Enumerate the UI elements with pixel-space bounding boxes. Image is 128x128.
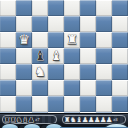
square-f6[interactable]	[80, 32, 96, 48]
square-a5[interactable]	[0, 48, 16, 64]
square-h3[interactable]	[112, 80, 128, 96]
square-e5[interactable]	[64, 48, 80, 64]
square-b3[interactable]	[16, 80, 32, 96]
square-f5[interactable]	[80, 48, 96, 64]
square-c2[interactable]	[32, 96, 48, 112]
square-a4[interactable]	[0, 64, 16, 80]
square-c6[interactable]	[32, 32, 48, 48]
toolbar-button-1[interactable]	[2, 124, 18, 128]
square-d7[interactable]	[48, 16, 64, 32]
square-b2[interactable]	[16, 96, 32, 112]
square-g7[interactable]	[96, 16, 112, 32]
square-e7[interactable]	[64, 16, 80, 32]
square-b5[interactable]	[16, 48, 32, 64]
square-e2[interactable]	[64, 96, 80, 112]
square-g6[interactable]	[96, 32, 112, 48]
captured-black-pawn: ♟	[28, 116, 34, 124]
square-d5[interactable]: ♝	[48, 48, 64, 64]
white-rook[interactable]: ♜	[64, 32, 80, 48]
square-f7[interactable]	[80, 16, 96, 32]
square-g2[interactable]	[96, 96, 112, 112]
chess-board: ♛♜♝♝♞	[0, 0, 128, 128]
captured-tray-left: ♜♜♞♝♟ x7	[2, 115, 57, 124]
square-c8[interactable]	[32, 0, 48, 16]
captured-tray-left-pieces: ♜♜♞♝♟	[4, 116, 34, 124]
toolbar-button-2[interactable]	[24, 124, 40, 128]
square-b8[interactable]	[16, 0, 32, 16]
white-bishop[interactable]: ♝	[48, 48, 64, 64]
square-d6[interactable]	[48, 32, 64, 48]
square-d8[interactable]	[48, 0, 64, 16]
captured-count-left: x7	[35, 116, 40, 124]
white-knight[interactable]: ♞	[32, 64, 48, 80]
square-b6[interactable]: ♛	[16, 32, 32, 48]
square-h6[interactable]	[112, 32, 128, 48]
chess-app-screen: ♛♜♝♝♞ ♜♜♞♝♟ x7 ♜♞♝♟♟♟♟♟ x8	[0, 0, 128, 128]
square-h5[interactable]	[112, 48, 128, 64]
square-h8[interactable]	[112, 0, 128, 16]
square-e3[interactable]	[64, 80, 80, 96]
square-g4[interactable]	[96, 64, 112, 80]
white-queen[interactable]: ♛	[16, 32, 32, 48]
square-c3[interactable]	[32, 80, 48, 96]
captured-white-pawn: ♟	[106, 116, 112, 124]
square-f2[interactable]	[80, 96, 96, 112]
captured-tray-right-pieces: ♜♞♝♟♟♟♟♟	[64, 116, 112, 124]
square-c7[interactable]	[32, 16, 48, 32]
captured-count-right: x8	[113, 116, 118, 124]
square-f8[interactable]	[80, 0, 96, 16]
square-g3[interactable]	[96, 80, 112, 96]
square-d3[interactable]	[48, 80, 64, 96]
square-a2[interactable]	[0, 96, 16, 112]
square-b4[interactable]	[16, 64, 32, 80]
square-c5[interactable]: ♝	[32, 48, 48, 64]
square-g8[interactable]	[96, 0, 112, 16]
square-c4[interactable]: ♞	[32, 64, 48, 80]
square-d4[interactable]	[48, 64, 64, 80]
square-g5[interactable]	[96, 48, 112, 64]
captured-pieces-toolbar: ♜♜♞♝♟ x7 ♜♞♝♟♟♟♟♟ x8	[0, 113, 128, 128]
square-a3[interactable]	[0, 80, 16, 96]
square-b7[interactable]	[16, 16, 32, 32]
square-e8[interactable]	[64, 0, 80, 16]
toolbar-bottom-edge	[60, 127, 128, 128]
square-a7[interactable]	[0, 16, 16, 32]
captured-tray-right: ♜♞♝♟♟♟♟♟ x8	[62, 115, 126, 124]
square-e6[interactable]: ♜	[64, 32, 80, 48]
square-f3[interactable]	[80, 80, 96, 96]
square-a6[interactable]	[0, 32, 16, 48]
square-a8[interactable]	[0, 0, 16, 16]
square-h2[interactable]	[112, 96, 128, 112]
square-h7[interactable]	[112, 16, 128, 32]
square-f4[interactable]	[80, 64, 96, 80]
square-d2[interactable]	[48, 96, 64, 112]
black-bishop[interactable]: ♝	[32, 48, 48, 64]
square-e4[interactable]	[64, 64, 80, 80]
square-h4[interactable]	[112, 64, 128, 80]
